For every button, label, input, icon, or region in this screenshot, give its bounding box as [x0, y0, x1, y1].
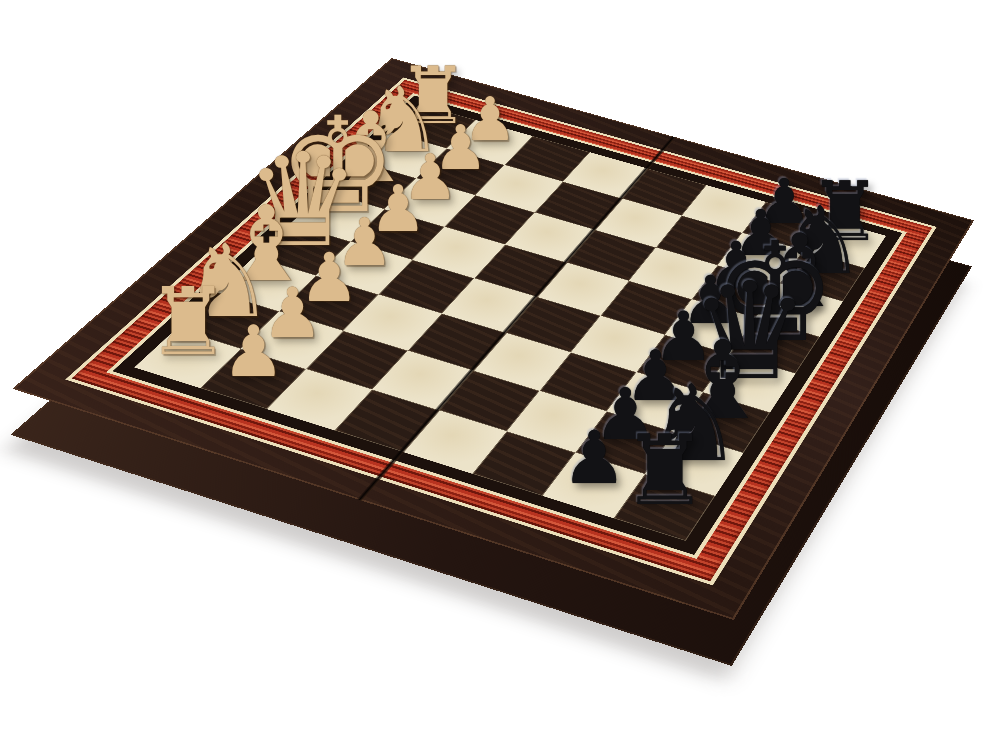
piece-white-pawn-a2[interactable]: ♟	[222, 316, 285, 387]
piece-black-pawn-a7[interactable]: ♟	[562, 421, 628, 494]
piece-black-rook-a8[interactable]: ♜	[622, 422, 709, 519]
chess-set-photo: ♜♞♝♛♚♝♞♜♟♟♟♟♟♟♟♟♟♟♟♟♟♟♟♟♜♞♝♛♚♝♞♜	[0, 0, 1000, 730]
piece-white-rook-a1[interactable]: ♜	[146, 276, 229, 369]
